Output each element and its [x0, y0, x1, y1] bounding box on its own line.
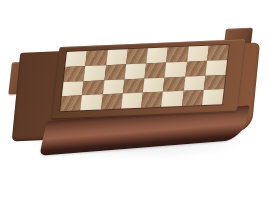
board-square-r1c8 — [207, 45, 229, 61]
board-square-r2c8 — [205, 60, 227, 76]
chess-board-half — [60, 45, 229, 111]
board-square-r2c6 — [165, 61, 187, 77]
board-square-r2c4 — [124, 63, 146, 79]
board-square-r1c4 — [126, 48, 148, 64]
board-square-r1c5 — [146, 47, 168, 63]
board-square-r3c8 — [204, 74, 226, 90]
board-square-r2c3 — [104, 64, 126, 80]
photo-background — [0, 0, 267, 200]
board-square-r2c2 — [84, 65, 106, 81]
board-square-r4c5 — [141, 92, 163, 108]
board-square-r2c7 — [185, 61, 207, 77]
board-square-r2c5 — [145, 62, 167, 78]
board-square-r3c3 — [102, 79, 124, 95]
board-square-r4c4 — [121, 93, 143, 109]
board-square-r3c5 — [143, 77, 165, 93]
board-square-r1c2 — [86, 50, 108, 66]
board-lid-frame — [51, 39, 245, 120]
board-square-r1c1 — [65, 51, 87, 67]
board-square-r4c3 — [101, 94, 123, 110]
board-square-r4c1 — [60, 96, 82, 112]
board-square-r3c1 — [62, 81, 84, 97]
board-square-r3c7 — [183, 75, 205, 91]
board-square-r3c2 — [82, 80, 104, 96]
board-square-r1c3 — [106, 49, 128, 65]
board-square-r4c8 — [202, 89, 224, 105]
board-square-r4c7 — [182, 90, 204, 106]
board-square-r3c6 — [163, 76, 185, 92]
board-square-r4c6 — [161, 91, 183, 107]
board-square-r1c7 — [187, 46, 209, 62]
board-square-r3c4 — [123, 78, 145, 94]
board-square-r1c6 — [166, 47, 188, 63]
board-square-r4c2 — [80, 95, 102, 111]
folded-chess-board-box — [11, 25, 256, 165]
board-square-r2c1 — [64, 66, 86, 82]
